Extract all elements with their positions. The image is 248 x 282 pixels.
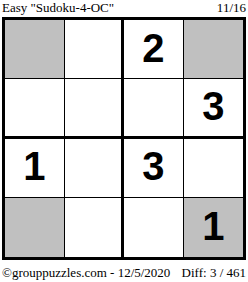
cell-r3c2[interactable]: [65, 139, 125, 198]
puzzle-title: Easy "Sudoku-4-OC": [2, 1, 114, 15]
page-number: 11/16: [217, 1, 246, 15]
footer: ©grouppuzzles.com - 12/5/2020 Diff: 3 / …: [2, 266, 246, 280]
cell-r2c2[interactable]: [65, 79, 125, 138]
cell-r3c3: 3: [124, 139, 184, 198]
cell-r4c3[interactable]: [124, 198, 184, 257]
cell-r2c4: 3: [184, 79, 244, 138]
cell-r1c2[interactable]: [65, 20, 125, 79]
cell-r1c3: 2: [124, 20, 184, 79]
puzzle-page: Easy "Sudoku-4-OC" 11/16 23131 ©grouppuz…: [0, 0, 248, 282]
sudoku-board: 23131: [2, 17, 246, 260]
header: Easy "Sudoku-4-OC" 11/16: [2, 0, 246, 17]
cell-r1c1[interactable]: [5, 20, 65, 79]
cell-r1c4[interactable]: [184, 20, 244, 79]
cell-r2c1[interactable]: [5, 79, 65, 138]
cell-r4c4: 1: [184, 198, 244, 257]
cell-r3c4[interactable]: [184, 139, 244, 198]
difficulty-text: Diff: 3 / 461: [182, 266, 246, 280]
cell-r3c1: 1: [5, 139, 65, 198]
cell-r4c1[interactable]: [5, 198, 65, 257]
cell-r2c3[interactable]: [124, 79, 184, 138]
copyright-text: ©grouppuzzles.com - 12/5/2020: [2, 266, 170, 280]
cell-r4c2[interactable]: [65, 198, 125, 257]
